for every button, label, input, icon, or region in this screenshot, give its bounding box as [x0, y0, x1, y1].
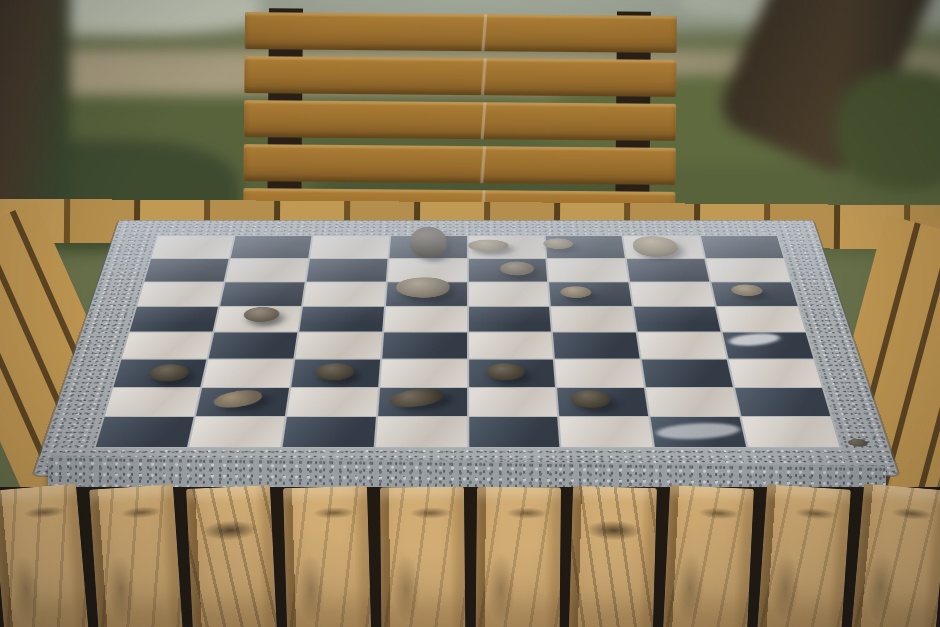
board-square[interactable]	[225, 259, 307, 282]
wood-plank	[283, 486, 371, 627]
board-square[interactable]	[634, 307, 720, 332]
board-square[interactable]	[729, 359, 822, 386]
wood-plank	[569, 486, 657, 627]
board-square[interactable]	[551, 307, 636, 332]
wood-plank	[0, 483, 88, 627]
bush-right	[835, 70, 940, 190]
bench-slat	[244, 144, 676, 185]
board-square[interactable]	[735, 388, 830, 416]
board-square[interactable]	[122, 333, 212, 359]
pebble-piece[interactable]	[543, 239, 573, 250]
board-square[interactable]	[548, 259, 629, 282]
wood-plank	[89, 484, 182, 627]
wood-plank	[852, 483, 940, 627]
board-square[interactable]	[130, 307, 218, 332]
board-square[interactable]	[706, 259, 790, 282]
board-square[interactable]	[642, 359, 733, 386]
granite-table-top	[33, 220, 898, 475]
board-square[interactable]	[630, 282, 714, 306]
board-square[interactable]	[384, 307, 467, 332]
bench-slat	[245, 12, 677, 53]
bench-slat	[244, 56, 676, 97]
board-square[interactable]	[742, 417, 840, 447]
pebble-piece[interactable]	[395, 278, 450, 298]
board-square[interactable]	[189, 417, 284, 447]
board-square[interactable]	[287, 388, 378, 416]
tree-trunk-left	[0, 0, 70, 220]
wood-plank	[758, 484, 851, 627]
board-square[interactable]	[646, 388, 739, 416]
board-square[interactable]	[282, 417, 375, 447]
board-square[interactable]	[295, 333, 382, 359]
board-square[interactable]	[375, 417, 466, 447]
board-square[interactable]	[303, 282, 386, 306]
board-square[interactable]	[137, 282, 223, 306]
pebble-piece[interactable]	[570, 390, 612, 408]
board-square[interactable]	[96, 417, 194, 447]
wood-plank	[186, 485, 277, 627]
board-square[interactable]	[468, 307, 551, 332]
board-square[interactable]	[144, 259, 228, 282]
board-square[interactable]	[220, 282, 304, 306]
board-square[interactable]	[209, 333, 297, 359]
board-square[interactable]	[202, 359, 293, 386]
board-square[interactable]	[555, 359, 644, 386]
board-square[interactable]	[701, 236, 783, 258]
board-square[interactable]	[231, 236, 312, 258]
board-square[interactable]	[382, 333, 467, 359]
board-square[interactable]	[560, 417, 653, 447]
board-square[interactable]	[380, 359, 467, 386]
board-square[interactable]	[469, 388, 558, 416]
pebble-piece[interactable]	[560, 286, 592, 298]
wood-plank	[663, 485, 754, 627]
board-square[interactable]	[310, 236, 389, 258]
wood-plank	[475, 487, 560, 627]
park-chess-table-photo	[0, 0, 940, 627]
wood-plank	[380, 487, 465, 627]
border-pebble[interactable]	[847, 439, 869, 447]
pebble-piece[interactable]	[409, 227, 447, 258]
pebble-piece[interactable]	[500, 262, 535, 276]
board-square[interactable]	[638, 333, 727, 359]
board-square[interactable]	[717, 307, 805, 332]
table-bottom-planks	[0, 487, 940, 627]
board-square[interactable]	[468, 333, 553, 359]
board-square[interactable]	[151, 236, 233, 258]
board-square[interactable]	[553, 333, 640, 359]
board-square[interactable]	[627, 259, 709, 282]
board-square[interactable]	[469, 417, 560, 447]
pebble-piece[interactable]	[468, 240, 509, 251]
board-square[interactable]	[468, 282, 549, 306]
bench-slat	[244, 100, 676, 141]
board-square[interactable]	[105, 388, 200, 416]
board-square[interactable]	[299, 307, 384, 332]
pebble-piece[interactable]	[485, 363, 525, 380]
board-square[interactable]	[306, 259, 387, 282]
